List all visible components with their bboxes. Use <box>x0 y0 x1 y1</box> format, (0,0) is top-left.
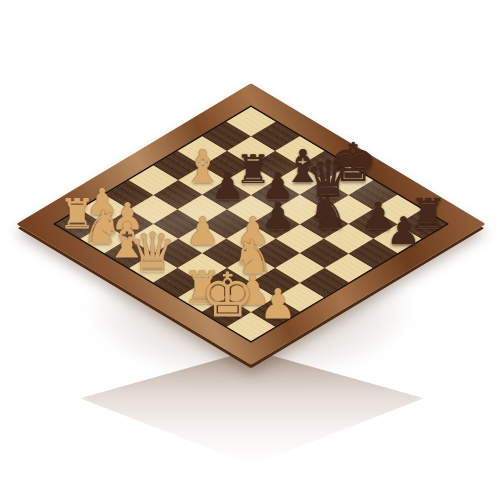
chess-set-product-photo: { "game": "chess", "scene": { "type": "p… <box>0 0 500 500</box>
scene: ♜♞♝♛♜♚♟♟♟♟♟♞♟♝♚♜♝♛♟♟♜♟♞♟♟ <box>0 0 500 500</box>
